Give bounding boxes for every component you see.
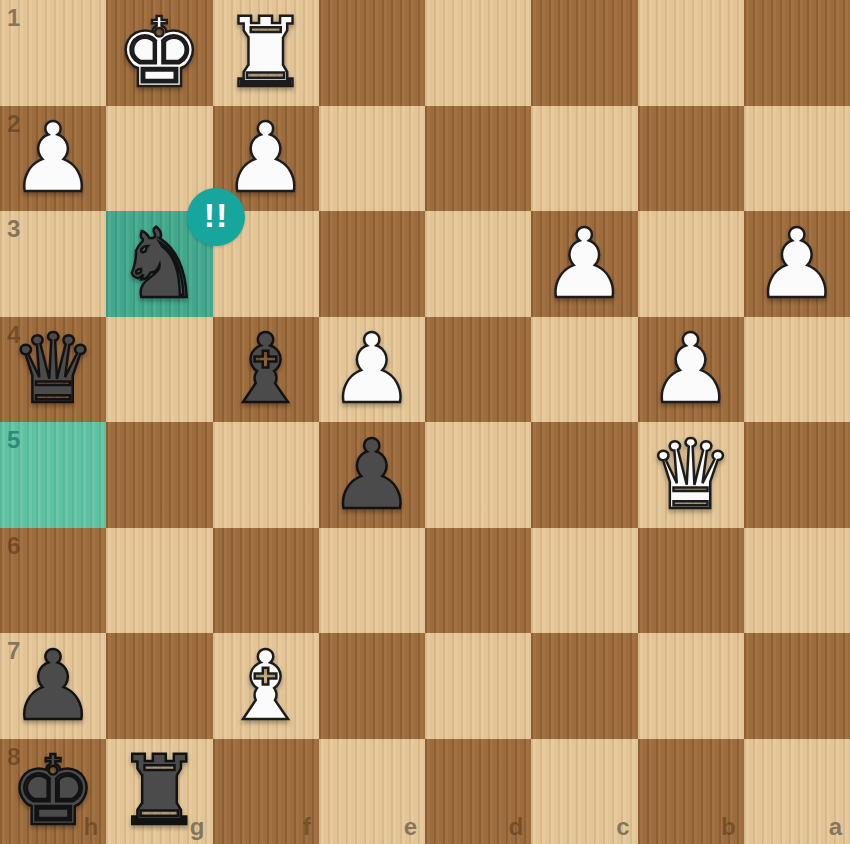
square-a1[interactable] xyxy=(744,0,850,106)
rank-label-1: 1 xyxy=(7,4,20,32)
square-g4[interactable] xyxy=(106,317,212,423)
square-a8[interactable]: a xyxy=(744,739,850,844)
square-e1[interactable] xyxy=(319,0,425,106)
rank-label-2: 2 xyxy=(7,110,20,138)
file-label-c: c xyxy=(616,813,629,841)
square-d5[interactable] xyxy=(425,422,531,528)
square-f7[interactable]: ♝ xyxy=(213,633,319,739)
square-h3[interactable]: 3 xyxy=(0,211,106,317)
square-h5[interactable]: 5 xyxy=(0,422,106,528)
square-d3[interactable] xyxy=(425,211,531,317)
square-h1[interactable]: 1 xyxy=(0,0,106,106)
black-bishop[interactable]: ♝ xyxy=(213,317,319,423)
square-b8[interactable]: b xyxy=(638,739,744,844)
square-e5[interactable]: ♟ xyxy=(319,422,425,528)
square-h4[interactable]: 4♛ xyxy=(0,317,106,423)
square-d7[interactable] xyxy=(425,633,531,739)
square-a6[interactable] xyxy=(744,528,850,634)
white-pawn[interactable]: ♟ xyxy=(319,317,425,423)
square-e7[interactable] xyxy=(319,633,425,739)
square-c8[interactable]: c xyxy=(531,739,637,844)
square-c3[interactable]: ♟ xyxy=(531,211,637,317)
square-h6[interactable]: 6 xyxy=(0,528,106,634)
square-b5[interactable]: ♛ xyxy=(638,422,744,528)
square-f6[interactable] xyxy=(213,528,319,634)
white-rook[interactable]: ♜ xyxy=(213,0,319,106)
square-b2[interactable] xyxy=(638,106,744,212)
square-e4[interactable]: ♟ xyxy=(319,317,425,423)
rank-label-8: 8 xyxy=(7,743,20,771)
white-king[interactable]: ♚ xyxy=(106,0,212,106)
square-e8[interactable]: e xyxy=(319,739,425,844)
square-b3[interactable] xyxy=(638,211,744,317)
square-a3[interactable]: ♟ xyxy=(744,211,850,317)
rank-label-3: 3 xyxy=(7,215,20,243)
square-c7[interactable] xyxy=(531,633,637,739)
square-d8[interactable]: d xyxy=(425,739,531,844)
chess-board: !! 1♚♜2♟♟3♞♟♟4♛♝♟♟5♟♛67♟♝8h♚g♜fedcba xyxy=(0,0,850,844)
square-e2[interactable] xyxy=(319,106,425,212)
rank-label-7: 7 xyxy=(7,637,20,665)
square-e3[interactable] xyxy=(319,211,425,317)
white-pawn[interactable]: ♟ xyxy=(638,317,744,423)
square-g7[interactable] xyxy=(106,633,212,739)
square-b6[interactable] xyxy=(638,528,744,634)
square-a7[interactable] xyxy=(744,633,850,739)
square-d2[interactable] xyxy=(425,106,531,212)
square-f4[interactable]: ♝ xyxy=(213,317,319,423)
square-e6[interactable] xyxy=(319,528,425,634)
square-c2[interactable] xyxy=(531,106,637,212)
square-f1[interactable]: ♜ xyxy=(213,0,319,106)
brilliant-move-text: !! xyxy=(204,198,229,232)
file-label-d: d xyxy=(509,813,524,841)
black-pawn[interactable]: ♟ xyxy=(319,422,425,528)
file-label-f: f xyxy=(303,813,311,841)
file-label-b: b xyxy=(721,813,736,841)
square-h2[interactable]: 2♟ xyxy=(0,106,106,212)
white-pawn[interactable]: ♟ xyxy=(744,211,850,317)
square-b1[interactable] xyxy=(638,0,744,106)
square-a5[interactable] xyxy=(744,422,850,528)
file-label-h: h xyxy=(84,813,99,841)
square-h7[interactable]: 7♟ xyxy=(0,633,106,739)
brilliant-move-badge: !! xyxy=(187,188,245,246)
square-g8[interactable]: g♜ xyxy=(106,739,212,844)
square-f5[interactable] xyxy=(213,422,319,528)
square-d4[interactable] xyxy=(425,317,531,423)
white-bishop[interactable]: ♝ xyxy=(213,633,319,739)
square-d1[interactable] xyxy=(425,0,531,106)
square-c6[interactable] xyxy=(531,528,637,634)
square-f8[interactable]: f xyxy=(213,739,319,844)
square-b4[interactable]: ♟ xyxy=(638,317,744,423)
rank-label-5: 5 xyxy=(7,426,20,454)
rank-label-6: 6 xyxy=(7,532,20,560)
square-c1[interactable] xyxy=(531,0,637,106)
rank-label-4: 4 xyxy=(7,321,20,349)
square-g1[interactable]: ♚ xyxy=(106,0,212,106)
file-label-a: a xyxy=(829,813,842,841)
square-a4[interactable] xyxy=(744,317,850,423)
file-label-g: g xyxy=(190,813,205,841)
square-c4[interactable] xyxy=(531,317,637,423)
white-pawn[interactable]: ♟ xyxy=(531,211,637,317)
square-d6[interactable] xyxy=(425,528,531,634)
square-g6[interactable] xyxy=(106,528,212,634)
square-h8[interactable]: 8h♚ xyxy=(0,739,106,844)
square-g5[interactable] xyxy=(106,422,212,528)
square-b7[interactable] xyxy=(638,633,744,739)
square-c5[interactable] xyxy=(531,422,637,528)
file-label-e: e xyxy=(404,813,417,841)
white-queen[interactable]: ♛ xyxy=(638,422,744,528)
square-a2[interactable] xyxy=(744,106,850,212)
